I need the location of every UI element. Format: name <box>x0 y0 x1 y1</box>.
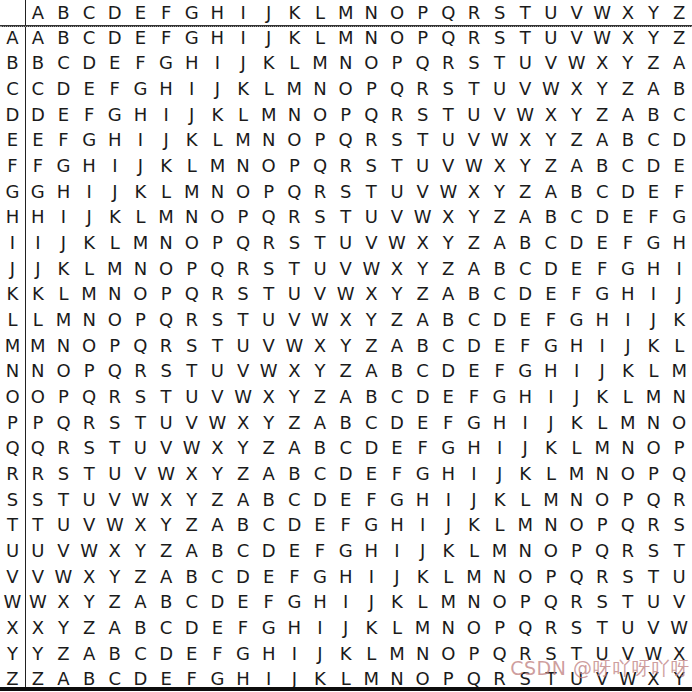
cell-JA: J <box>25 256 51 282</box>
cell-XW: T <box>589 615 615 641</box>
cell-GR: X <box>461 179 487 205</box>
cell-EP: T <box>410 128 436 154</box>
cell-IS: A <box>487 230 513 256</box>
cell-PZ: O <box>666 410 692 436</box>
cell-MT: F <box>512 333 538 359</box>
cell-QZ: P <box>666 435 692 461</box>
cell-XD: A <box>102 615 128 641</box>
cell-WN: J <box>359 589 385 615</box>
cell-BY: Z <box>641 51 667 77</box>
cell-BI: J <box>230 51 256 77</box>
cell-SM: E <box>333 487 359 513</box>
col-header-E: E <box>128 0 154 25</box>
cell-JX: G <box>615 256 641 282</box>
cell-EX: B <box>615 128 641 154</box>
cell-UH: B <box>205 538 231 564</box>
cell-WH: D <box>205 589 231 615</box>
cell-EF: J <box>153 128 179 154</box>
cell-SG: Y <box>179 487 205 513</box>
cell-FW: B <box>589 153 615 179</box>
cell-HP: W <box>410 205 436 231</box>
cell-KE: O <box>128 282 154 308</box>
cell-LR: C <box>461 307 487 333</box>
cell-QQ: G <box>435 435 461 461</box>
cell-PQ: F <box>435 410 461 436</box>
cell-TZ: S <box>666 512 692 538</box>
cell-VC: X <box>76 564 102 590</box>
cell-HY: F <box>641 205 667 231</box>
cell-MS: E <box>487 333 513 359</box>
cell-JT: C <box>512 256 538 282</box>
cell-LH: S <box>205 307 231 333</box>
cell-CU: W <box>538 76 564 102</box>
cell-CE: G <box>128 76 154 102</box>
cell-KY: I <box>641 282 667 308</box>
cell-LJ: U <box>256 307 282 333</box>
cell-BW: X <box>589 51 615 77</box>
cell-PO: D <box>384 410 410 436</box>
cell-KP: Z <box>410 282 436 308</box>
cell-BJ: K <box>256 51 282 77</box>
cell-SO: G <box>384 487 410 513</box>
cell-YC: A <box>76 641 102 667</box>
cell-XE: B <box>128 615 154 641</box>
cell-AR: R <box>461 25 487 51</box>
cell-XI: F <box>230 615 256 641</box>
cell-BP: Q <box>410 51 436 77</box>
cell-LT: E <box>512 307 538 333</box>
cell-BQ: R <box>435 51 461 77</box>
cell-ER: V <box>461 128 487 154</box>
cell-JO: X <box>384 256 410 282</box>
cell-FV: A <box>564 153 590 179</box>
cell-XT: Q <box>512 615 538 641</box>
cell-JR: A <box>461 256 487 282</box>
cell-RU: L <box>538 461 564 487</box>
cell-LX: I <box>615 307 641 333</box>
cell-RM: D <box>333 461 359 487</box>
cell-MD: P <box>102 333 128 359</box>
cell-KS: C <box>487 282 513 308</box>
cell-EQ: U <box>435 128 461 154</box>
cell-PB: Q <box>51 410 77 436</box>
cell-EM: Q <box>333 128 359 154</box>
cell-UY: S <box>641 538 667 564</box>
cell-BM: N <box>333 51 359 77</box>
cell-AS: S <box>487 25 513 51</box>
cell-YJ: H <box>256 641 282 667</box>
cell-MI: U <box>230 333 256 359</box>
cell-PG: V <box>179 410 205 436</box>
cell-YN: L <box>359 641 385 667</box>
row-header-Q: Q <box>0 435 25 461</box>
cell-CT: V <box>512 76 538 102</box>
cell-BV: W <box>564 51 590 77</box>
col-header-L: L <box>307 0 333 25</box>
cell-WJ: F <box>256 589 282 615</box>
cell-XJ: G <box>256 615 282 641</box>
cell-HN: U <box>359 205 385 231</box>
cell-JL: U <box>307 256 333 282</box>
cell-JB: K <box>51 256 77 282</box>
cell-KB: L <box>51 282 77 308</box>
cell-JV: E <box>564 256 590 282</box>
cell-LU: F <box>538 307 564 333</box>
cell-XR: O <box>461 615 487 641</box>
cell-GO: U <box>384 179 410 205</box>
row-header-W: W <box>0 589 25 615</box>
row-header-separator-line <box>25 0 26 687</box>
cell-YG: E <box>179 641 205 667</box>
cell-DH: K <box>205 102 231 128</box>
cell-BE: F <box>128 51 154 77</box>
cell-FS: X <box>487 153 513 179</box>
cell-KQ: A <box>435 282 461 308</box>
cell-NA: N <box>25 359 51 385</box>
cell-FL: Q <box>307 153 333 179</box>
cell-WF: B <box>153 589 179 615</box>
cell-QM: C <box>333 435 359 461</box>
cell-CC: E <box>76 76 102 102</box>
col-header-T: T <box>512 0 538 25</box>
cell-ML: X <box>307 333 333 359</box>
cell-DF: I <box>153 102 179 128</box>
cell-PE: T <box>128 410 154 436</box>
cell-XX: U <box>615 615 641 641</box>
cell-NF: S <box>153 359 179 385</box>
cell-VF: A <box>153 564 179 590</box>
cell-OZ: N <box>666 384 692 410</box>
cell-AT: T <box>512 25 538 51</box>
cell-EN: R <box>359 128 385 154</box>
cell-BF: G <box>153 51 179 77</box>
cell-EG: K <box>179 128 205 154</box>
cell-TI: B <box>230 512 256 538</box>
cell-WS: O <box>487 589 513 615</box>
cell-OF: T <box>153 384 179 410</box>
cell-RI: Z <box>230 461 256 487</box>
cell-XV: S <box>564 615 590 641</box>
cell-OH: V <box>205 384 231 410</box>
cell-WV: R <box>564 589 590 615</box>
cell-NC: P <box>76 359 102 385</box>
cell-FM: R <box>333 153 359 179</box>
cell-FT: Y <box>512 153 538 179</box>
cell-OT: H <box>512 384 538 410</box>
cell-FE: J <box>128 153 154 179</box>
cell-VU: P <box>538 564 564 590</box>
cell-XH: E <box>205 615 231 641</box>
cell-CJ: L <box>256 76 282 102</box>
cell-XF: C <box>153 615 179 641</box>
cell-OR: F <box>461 384 487 410</box>
cell-DJ: M <box>256 102 282 128</box>
cell-RV: M <box>564 461 590 487</box>
col-header-B: B <box>51 0 77 25</box>
cell-KH: R <box>205 282 231 308</box>
cell-MO: A <box>384 333 410 359</box>
cell-IT: B <box>512 230 538 256</box>
cell-VJ: E <box>256 564 282 590</box>
cell-XP: M <box>410 615 436 641</box>
cell-NO: B <box>384 359 410 385</box>
cell-XB: Y <box>51 615 77 641</box>
cell-MH: T <box>205 333 231 359</box>
cell-VY: T <box>641 564 667 590</box>
cell-TQ: J <box>435 512 461 538</box>
cell-VB: W <box>51 564 77 590</box>
cell-RW: N <box>589 461 615 487</box>
cell-AF: F <box>153 25 179 51</box>
cell-AN: N <box>359 25 385 51</box>
cell-MG: S <box>179 333 205 359</box>
cell-YK: I <box>282 641 308 667</box>
cell-MR: D <box>461 333 487 359</box>
cell-KR: B <box>461 282 487 308</box>
cell-FF: K <box>153 153 179 179</box>
cell-HE: L <box>128 205 154 231</box>
cell-CA: C <box>25 76 51 102</box>
cell-IM: U <box>333 230 359 256</box>
cell-IA: I <box>25 230 51 256</box>
cell-JF: O <box>153 256 179 282</box>
cell-TT: M <box>512 512 538 538</box>
cell-NX: K <box>615 359 641 385</box>
col-header-Y: Y <box>641 0 667 25</box>
cell-CG: I <box>179 76 205 102</box>
cell-JS: B <box>487 256 513 282</box>
cell-VE: Z <box>128 564 154 590</box>
cell-BR: S <box>461 51 487 77</box>
cell-FX: C <box>615 153 641 179</box>
letter-grid: ABCDEFGHIJKLMNOPQRSTUVWXYZAABCDEFGHIJKLM… <box>0 0 692 692</box>
row-header-M: M <box>0 333 25 359</box>
cell-CP: R <box>410 76 436 102</box>
cell-PA: P <box>25 410 51 436</box>
cell-PU: J <box>538 410 564 436</box>
cell-LA: L <box>25 307 51 333</box>
cell-OW: K <box>589 384 615 410</box>
cell-WM: I <box>333 589 359 615</box>
cell-RC: T <box>76 461 102 487</box>
cell-AW: W <box>589 25 615 51</box>
cell-NS: F <box>487 359 513 385</box>
cell-SJ: B <box>256 487 282 513</box>
cell-GJ: P <box>256 179 282 205</box>
cell-HV: C <box>564 205 590 231</box>
cell-UJ: D <box>256 538 282 564</box>
cell-VL: G <box>307 564 333 590</box>
cell-ET: X <box>512 128 538 154</box>
cell-JI: R <box>230 256 256 282</box>
cell-MY: K <box>641 333 667 359</box>
cell-OC: Q <box>76 384 102 410</box>
cell-UG: A <box>179 538 205 564</box>
cell-VS: N <box>487 564 513 590</box>
cell-JY: H <box>641 256 667 282</box>
cell-VR: M <box>461 564 487 590</box>
cell-WA: W <box>25 589 51 615</box>
cell-DY: B <box>641 102 667 128</box>
cell-RO: F <box>384 461 410 487</box>
cell-GG: M <box>179 179 205 205</box>
cell-CB: D <box>51 76 77 102</box>
cell-NB: O <box>51 359 77 385</box>
cell-JQ: Z <box>435 256 461 282</box>
cell-AG: G <box>179 25 205 51</box>
cell-KI: S <box>230 282 256 308</box>
cell-NT: G <box>512 359 538 385</box>
cell-UU: O <box>538 538 564 564</box>
row-header-X: X <box>0 615 25 641</box>
cell-IL: T <box>307 230 333 256</box>
cell-KJ: T <box>256 282 282 308</box>
cell-TR: K <box>461 512 487 538</box>
cell-HR: Y <box>461 205 487 231</box>
cell-QG: W <box>179 435 205 461</box>
col-header-N: N <box>359 0 385 25</box>
cell-UN: H <box>359 538 385 564</box>
cell-GL: R <box>307 179 333 205</box>
cell-UC: W <box>76 538 102 564</box>
cell-KT: D <box>512 282 538 308</box>
cell-TS: L <box>487 512 513 538</box>
cell-QI: Y <box>230 435 256 461</box>
cell-NM: Z <box>333 359 359 385</box>
cell-TB: U <box>51 512 77 538</box>
cell-CF: H <box>153 76 179 102</box>
col-header-J: J <box>256 0 282 25</box>
cell-VT: O <box>512 564 538 590</box>
cell-UX: R <box>615 538 641 564</box>
cell-VN: I <box>359 564 385 590</box>
cell-SF: X <box>153 487 179 513</box>
cell-DW: Z <box>589 102 615 128</box>
cell-HL: S <box>307 205 333 231</box>
cell-DB: E <box>51 102 77 128</box>
cell-UM: G <box>333 538 359 564</box>
cell-NP: C <box>410 359 436 385</box>
cell-IZ: H <box>666 230 692 256</box>
cell-DX: A <box>615 102 641 128</box>
cell-QJ: Z <box>256 435 282 461</box>
cell-GH: N <box>205 179 231 205</box>
cell-HX: E <box>615 205 641 231</box>
cell-MZ: L <box>666 333 692 359</box>
cell-UK: E <box>282 538 308 564</box>
cell-NQ: D <box>435 359 461 385</box>
cell-QP: F <box>410 435 436 461</box>
cell-IU: C <box>538 230 564 256</box>
cell-HS: Z <box>487 205 513 231</box>
cell-BG: H <box>179 51 205 77</box>
cell-XN: K <box>359 615 385 641</box>
cell-GD: J <box>102 179 128 205</box>
cell-NE: R <box>128 359 154 385</box>
column-header-separator-line <box>0 25 692 27</box>
cell-YS: Q <box>487 641 513 667</box>
cell-XZ: W <box>666 615 692 641</box>
cell-FQ: V <box>435 153 461 179</box>
cell-AZ: Z <box>666 25 692 51</box>
cell-YL: J <box>307 641 333 667</box>
col-header-H: H <box>205 0 231 25</box>
cell-TG: Z <box>179 512 205 538</box>
cell-DI: L <box>230 102 256 128</box>
col-header-O: O <box>384 0 410 25</box>
cell-NY: L <box>641 359 667 385</box>
col-header-D: D <box>102 0 128 25</box>
cell-TA: T <box>25 512 51 538</box>
cell-JH: Q <box>205 256 231 282</box>
col-header-W: W <box>589 0 615 25</box>
cell-UW: Q <box>589 538 615 564</box>
cell-XS: P <box>487 615 513 641</box>
cell-AE: E <box>128 25 154 51</box>
cell-CW: Y <box>589 76 615 102</box>
row-header-O: O <box>0 384 25 410</box>
cell-RH: Y <box>205 461 231 487</box>
cell-GT: Z <box>512 179 538 205</box>
cell-XG: D <box>179 615 205 641</box>
cell-HB: I <box>51 205 77 231</box>
cell-CY: A <box>641 76 667 102</box>
cell-GZ: F <box>666 179 692 205</box>
cell-EY: C <box>641 128 667 154</box>
cell-QU: K <box>538 435 564 461</box>
cell-IP: X <box>410 230 436 256</box>
col-header-C: C <box>76 0 102 25</box>
cell-XO: L <box>384 615 410 641</box>
row-header-C: C <box>0 76 25 102</box>
cell-KF: P <box>153 282 179 308</box>
cell-OP: D <box>410 384 436 410</box>
cell-SV: N <box>564 487 590 513</box>
row-header-B: B <box>0 51 25 77</box>
cell-SI: A <box>230 487 256 513</box>
cell-MU: G <box>538 333 564 359</box>
cell-QY: O <box>641 435 667 461</box>
cell-TK: D <box>282 512 308 538</box>
cell-CS: U <box>487 76 513 102</box>
cell-RD: U <box>102 461 128 487</box>
cell-NH: U <box>205 359 231 385</box>
cell-WQ: M <box>435 589 461 615</box>
cell-CO: Q <box>384 76 410 102</box>
cell-SH: Z <box>205 487 231 513</box>
cell-QC: S <box>76 435 102 461</box>
col-header-I: I <box>230 0 256 25</box>
cell-YM: K <box>333 641 359 667</box>
cell-LZ: K <box>666 307 692 333</box>
cell-YO: M <box>384 641 410 667</box>
cell-FI: N <box>230 153 256 179</box>
cell-HC: J <box>76 205 102 231</box>
cell-BA: B <box>25 51 51 77</box>
cell-VP: K <box>410 564 436 590</box>
cell-WK: G <box>282 589 308 615</box>
cell-RT: K <box>512 461 538 487</box>
cell-LY: J <box>641 307 667 333</box>
cell-MW: I <box>589 333 615 359</box>
cell-DV: Y <box>564 102 590 128</box>
cell-QV: L <box>564 435 590 461</box>
cell-GK: Q <box>282 179 308 205</box>
cell-KL: V <box>307 282 333 308</box>
cell-OA: O <box>25 384 51 410</box>
cell-ED: H <box>102 128 128 154</box>
cell-BC: D <box>76 51 102 77</box>
